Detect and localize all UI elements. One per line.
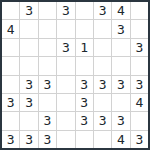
cell-r6c8: 4 [131,94,148,111]
cell-r4c7[interactable] [112,57,129,74]
cell-r6c5: 3 [76,94,93,111]
cell-r5c5: 3 [76,76,93,93]
cell-r8c1: 3 [2,131,19,148]
cell-r4c6[interactable] [94,57,111,74]
cell-r7c6: 3 [94,112,111,129]
cell-r1c3[interactable] [39,2,56,19]
cell-r4c5[interactable] [76,57,93,74]
cell-r1c8[interactable] [131,2,148,19]
cell-r2c6[interactable] [94,20,111,37]
cell-r3c4: 3 [57,39,74,56]
cell-r2c2[interactable] [20,20,37,37]
cell-r3c5: 1 [76,39,93,56]
cell-r7c8[interactable] [131,112,148,129]
cell-r8c4[interactable] [57,131,74,148]
cell-r1c6: 3 [94,2,111,19]
cell-r5c7: 3 [112,76,129,93]
cell-r3c8: 3 [131,39,148,56]
cell-r5c3: 3 [39,76,56,93]
cell-r1c7: 4 [112,2,129,19]
cell-r2c8[interactable] [131,20,148,37]
cell-r4c3[interactable] [39,57,56,74]
cell-r6c4[interactable] [57,94,74,111]
cell-r8c3: 3 [39,131,56,148]
cell-r1c4: 3 [57,2,74,19]
cell-r6c2: 3 [20,94,37,111]
cell-r4c8[interactable] [131,57,148,74]
cell-r6c1: 3 [2,94,19,111]
cell-r3c3[interactable] [39,39,56,56]
cell-r7c7: 3 [112,112,129,129]
cell-r3c1[interactable] [2,39,19,56]
cell-r7c5: 3 [76,112,93,129]
cell-r5c8: 3 [131,76,148,93]
cell-r8c7: 4 [112,131,129,148]
cell-r8c6[interactable] [94,131,111,148]
cell-r6c3[interactable] [39,94,56,111]
cell-r3c7[interactable] [112,39,129,56]
cell-r7c1[interactable] [2,112,19,129]
cell-r3c6[interactable] [94,39,111,56]
cell-r2c1: 4 [2,20,19,37]
cell-r1c5[interactable] [76,2,93,19]
cell-r8c8: 3 [131,131,148,148]
cell-r2c5[interactable] [76,20,93,37]
cell-r8c2: 3 [20,131,37,148]
cell-r2c3[interactable] [39,20,56,37]
cell-r5c2: 3 [20,76,37,93]
cell-r3c2[interactable] [20,39,37,56]
cell-r4c1[interactable] [2,57,19,74]
cell-r4c2[interactable] [20,57,37,74]
cell-r5c4[interactable] [57,76,74,93]
cell-r2c4[interactable] [57,20,74,37]
cell-r6c7[interactable] [112,94,129,111]
cell-r4c4[interactable] [57,57,74,74]
cell-r7c4[interactable] [57,112,74,129]
cell-r1c1[interactable] [2,2,19,19]
cell-r7c3: 3 [39,112,56,129]
cell-r7c2[interactable] [20,112,37,129]
cell-r6c6[interactable] [94,94,111,111]
cell-r5c1[interactable] [2,76,19,93]
puzzle-board: 3334433133333333334333333343 [0,0,150,150]
cell-r8c5[interactable] [76,131,93,148]
cell-r1c2: 3 [20,2,37,19]
cell-r5c6: 3 [94,76,111,93]
cell-r2c7: 3 [112,20,129,37]
